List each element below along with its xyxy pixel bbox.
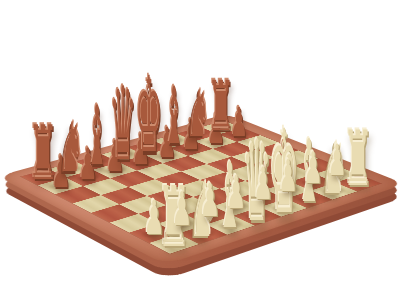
dark-bishop-f8[interactable]: ♝ [163, 92, 184, 141]
dark-king-e8[interactable]: ♚ [135, 83, 162, 148]
dark-knight-b8[interactable]: ♞ [58, 127, 84, 170]
white-pawn-h2[interactable]: ♟ [327, 148, 346, 175]
white-pawn-e2[interactable]: ♟ [253, 171, 273, 199]
white-pawn-g2[interactable]: ♟ [303, 155, 322, 182]
dark-bishop-c8[interactable]: ♝ [86, 111, 108, 162]
dark-rook-h8[interactable]: ♜ [208, 85, 236, 128]
white-rook-h1[interactable]: ♜ [343, 136, 373, 183]
white-pawn-c2[interactable]: ♟ [199, 187, 220, 216]
white-pawn-b2[interactable]: ♟ [172, 195, 193, 224]
chess-scene: ♜♞♝♛♚♝♞♜♟♟♟♟♟♟♟♟♟♟♟♟♟♟♟♟♜♞♝♛♚♝♞♜ [0, 0, 400, 300]
dark-rook-a8[interactable]: ♜ [28, 130, 58, 177]
white-pawn-d2[interactable]: ♟ [226, 178, 246, 206]
white-pawn-f2[interactable]: ♟ [278, 163, 298, 190]
dark-queen-d8[interactable]: ♛ [110, 92, 136, 155]
pieces-overlay: ♜♞♝♛♚♝♞♜♟♟♟♟♟♟♟♟♟♟♟♟♟♟♟♟♜♞♝♛♚♝♞♜ [0, 0, 400, 300]
white-pawn-a2[interactable]: ♟ [143, 204, 164, 233]
